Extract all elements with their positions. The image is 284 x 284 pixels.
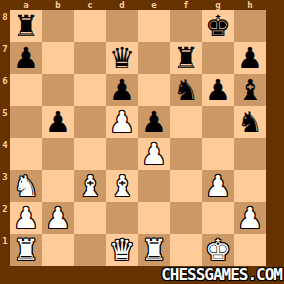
black-bishop-h6: ♝ bbox=[234, 74, 266, 106]
file-label-e: e bbox=[138, 0, 170, 10]
file-label-b: b bbox=[42, 0, 74, 10]
square-h6[interactable]: ♝ bbox=[234, 74, 266, 106]
square-a6[interactable] bbox=[10, 74, 42, 106]
square-c6[interactable] bbox=[74, 74, 106, 106]
square-a1[interactable]: ♜ bbox=[10, 234, 42, 266]
square-c4[interactable] bbox=[74, 138, 106, 170]
square-b4[interactable] bbox=[42, 138, 74, 170]
square-g2[interactable] bbox=[202, 202, 234, 234]
square-g5[interactable] bbox=[202, 106, 234, 138]
square-a2[interactable]: ♟ bbox=[10, 202, 42, 234]
square-d1[interactable]: ♛ bbox=[106, 234, 138, 266]
square-d4[interactable] bbox=[106, 138, 138, 170]
square-a8[interactable]: ♜ bbox=[10, 10, 42, 42]
square-a3[interactable]: ♞ bbox=[10, 170, 42, 202]
square-g6[interactable]: ♟ bbox=[202, 74, 234, 106]
white-pawn-a2: ♟ bbox=[10, 202, 42, 234]
square-f4[interactable] bbox=[170, 138, 202, 170]
square-c5[interactable] bbox=[74, 106, 106, 138]
white-bishop-c3: ♝ bbox=[74, 170, 106, 202]
file-label-f: f bbox=[170, 0, 202, 10]
white-pawn-e4: ♟ bbox=[138, 138, 170, 170]
square-e6[interactable] bbox=[138, 74, 170, 106]
square-c3[interactable]: ♝ bbox=[74, 170, 106, 202]
square-b2[interactable]: ♟ bbox=[42, 202, 74, 234]
square-c7[interactable] bbox=[74, 42, 106, 74]
square-f6[interactable]: ♞ bbox=[170, 74, 202, 106]
square-g7[interactable] bbox=[202, 42, 234, 74]
white-pawn-g3: ♟ bbox=[202, 170, 234, 202]
white-bishop-d3: ♝ bbox=[106, 170, 138, 202]
square-g3[interactable]: ♟ bbox=[202, 170, 234, 202]
square-e3[interactable] bbox=[138, 170, 170, 202]
white-knight-a3: ♞ bbox=[10, 170, 42, 202]
square-h4[interactable] bbox=[234, 138, 266, 170]
square-h1[interactable] bbox=[234, 234, 266, 266]
file-label-c: c bbox=[74, 0, 106, 10]
square-f3[interactable] bbox=[170, 170, 202, 202]
square-a4[interactable] bbox=[10, 138, 42, 170]
watermark-text: CHESSGAMES.COM bbox=[161, 268, 282, 282]
rank-label-8: 8 bbox=[0, 10, 10, 42]
file-label-d: d bbox=[106, 0, 138, 10]
square-g1[interactable]: ♚ bbox=[202, 234, 234, 266]
square-c8[interactable] bbox=[74, 10, 106, 42]
rank-labels: 87654321 bbox=[0, 10, 10, 266]
square-d6[interactable]: ♟ bbox=[106, 74, 138, 106]
square-c1[interactable] bbox=[74, 234, 106, 266]
file-label-h: h bbox=[234, 0, 266, 10]
square-b1[interactable] bbox=[42, 234, 74, 266]
square-a7[interactable]: ♟ bbox=[10, 42, 42, 74]
square-h2[interactable]: ♟ bbox=[234, 202, 266, 234]
black-pawn-d6: ♟ bbox=[106, 74, 138, 106]
black-king-g8: ♚ bbox=[202, 10, 234, 42]
white-pawn-d5: ♟ bbox=[106, 106, 138, 138]
square-h3[interactable] bbox=[234, 170, 266, 202]
board: ♜♚♟♛♜♟♟♞♟♝♟♟♟♞♟♞♝♝♟♟♟♟♜♛♜♚ bbox=[10, 10, 266, 266]
square-d3[interactable]: ♝ bbox=[106, 170, 138, 202]
black-pawn-h7: ♟ bbox=[234, 42, 266, 74]
square-e5[interactable]: ♟ bbox=[138, 106, 170, 138]
black-pawn-a7: ♟ bbox=[10, 42, 42, 74]
square-h8[interactable] bbox=[234, 10, 266, 42]
chess-diagram: abcdefgh 87654321 ♜♚♟♛♜♟♟♞♟♝♟♟♟♞♟♞♝♝♟♟♟♟… bbox=[0, 0, 284, 284]
square-d7[interactable]: ♛ bbox=[106, 42, 138, 74]
square-g8[interactable]: ♚ bbox=[202, 10, 234, 42]
rank-label-1: 1 bbox=[0, 234, 10, 266]
square-e7[interactable] bbox=[138, 42, 170, 74]
black-pawn-g6: ♟ bbox=[202, 74, 234, 106]
black-queen-d7: ♛ bbox=[106, 42, 138, 74]
black-knight-f6: ♞ bbox=[170, 74, 202, 106]
rank-label-5: 5 bbox=[0, 106, 10, 138]
white-pawn-b2: ♟ bbox=[42, 202, 74, 234]
square-d8[interactable] bbox=[106, 10, 138, 42]
white-rook-a1: ♜ bbox=[10, 234, 42, 266]
rank-label-7: 7 bbox=[0, 42, 10, 74]
square-b6[interactable] bbox=[42, 74, 74, 106]
square-h5[interactable]: ♞ bbox=[234, 106, 266, 138]
square-e1[interactable]: ♜ bbox=[138, 234, 170, 266]
square-d5[interactable]: ♟ bbox=[106, 106, 138, 138]
square-f2[interactable] bbox=[170, 202, 202, 234]
white-pawn-h2: ♟ bbox=[234, 202, 266, 234]
black-knight-h5: ♞ bbox=[234, 106, 266, 138]
square-d2[interactable] bbox=[106, 202, 138, 234]
black-pawn-e5: ♟ bbox=[138, 106, 170, 138]
black-rook-a8: ♜ bbox=[10, 10, 42, 42]
square-f8[interactable] bbox=[170, 10, 202, 42]
square-a5[interactable] bbox=[10, 106, 42, 138]
square-e2[interactable] bbox=[138, 202, 170, 234]
rank-label-2: 2 bbox=[0, 202, 10, 234]
square-c2[interactable] bbox=[74, 202, 106, 234]
rank-label-4: 4 bbox=[0, 138, 10, 170]
square-e8[interactable] bbox=[138, 10, 170, 42]
rank-label-6: 6 bbox=[0, 74, 10, 106]
square-b5[interactable]: ♟ bbox=[42, 106, 74, 138]
square-e4[interactable]: ♟ bbox=[138, 138, 170, 170]
square-f7[interactable]: ♜ bbox=[170, 42, 202, 74]
square-h7[interactable]: ♟ bbox=[234, 42, 266, 74]
square-f5[interactable] bbox=[170, 106, 202, 138]
square-g4[interactable] bbox=[202, 138, 234, 170]
square-b7[interactable] bbox=[42, 42, 74, 74]
rank-label-3: 3 bbox=[0, 170, 10, 202]
square-f1[interactable] bbox=[170, 234, 202, 266]
square-b3[interactable] bbox=[42, 170, 74, 202]
white-king-g1: ♚ bbox=[202, 234, 234, 266]
black-rook-f7: ♜ bbox=[170, 42, 202, 74]
white-queen-d1: ♛ bbox=[106, 234, 138, 266]
white-rook-e1: ♜ bbox=[138, 234, 170, 266]
black-pawn-b5: ♟ bbox=[42, 106, 74, 138]
square-b8[interactable] bbox=[42, 10, 74, 42]
